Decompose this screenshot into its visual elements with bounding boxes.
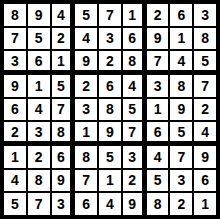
cell-r3c4[interactable]: 9 [75, 51, 97, 73]
cell-r7c3[interactable]: 6 [52, 146, 74, 168]
cell-r2c4[interactable]: 4 [75, 28, 97, 50]
cell-r1c5[interactable]: 7 [99, 4, 121, 26]
cell-r4c1[interactable]: 9 [4, 75, 26, 97]
cell-r4c6[interactable]: 4 [123, 75, 145, 97]
cell-r8c8[interactable]: 3 [170, 170, 192, 192]
cell-r2c2[interactable]: 5 [28, 28, 50, 50]
cell-r4c9[interactable]: 7 [194, 75, 216, 97]
cell-r7c6[interactable]: 3 [123, 146, 145, 168]
cell-r2c3[interactable]: 2 [52, 28, 74, 50]
cell-r9c4[interactable]: 6 [75, 193, 97, 215]
cell-r9c8[interactable]: 2 [170, 193, 192, 215]
cell-r5c7[interactable]: 1 [147, 99, 169, 121]
cell-r5c5[interactable]: 8 [99, 99, 121, 121]
cell-r2c8[interactable]: 1 [170, 28, 192, 50]
cell-r6c7[interactable]: 6 [147, 122, 169, 144]
cell-r7c7[interactable]: 4 [147, 146, 169, 168]
cell-r1c8[interactable]: 6 [170, 4, 192, 26]
cell-r4c7[interactable]: 3 [147, 75, 169, 97]
cell-r8c2[interactable]: 8 [28, 170, 50, 192]
cell-r6c9[interactable]: 4 [194, 122, 216, 144]
cell-r1c9[interactable]: 3 [194, 4, 216, 26]
cell-r8c3[interactable]: 9 [52, 170, 74, 192]
cell-r2c5[interactable]: 3 [99, 28, 121, 50]
cell-r1c7[interactable]: 2 [147, 4, 169, 26]
cell-r5c9[interactable]: 2 [194, 99, 216, 121]
cell-r1c6[interactable]: 1 [123, 4, 145, 26]
cell-r2c9[interactable]: 8 [194, 28, 216, 50]
sudoku-grid: 8945712637524369183619287459152643876473… [4, 4, 216, 215]
cell-r3c8[interactable]: 4 [170, 51, 192, 73]
cell-r6c3[interactable]: 8 [52, 122, 74, 144]
cell-r5c4[interactable]: 3 [75, 99, 97, 121]
cell-r9c6[interactable]: 9 [123, 193, 145, 215]
cell-r3c1[interactable]: 3 [4, 51, 26, 73]
cell-r2c7[interactable]: 9 [147, 28, 169, 50]
cell-r3c2[interactable]: 6 [28, 51, 50, 73]
cell-r7c1[interactable]: 1 [4, 146, 26, 168]
cell-r4c4[interactable]: 2 [75, 75, 97, 97]
cell-r5c8[interactable]: 9 [170, 99, 192, 121]
sudoku-board: 8945712637524369183619287459152643876473… [0, 0, 220, 219]
cell-r6c4[interactable]: 1 [75, 122, 97, 144]
cell-r1c4[interactable]: 5 [75, 4, 97, 26]
cell-r9c2[interactable]: 7 [28, 193, 50, 215]
cell-r5c1[interactable]: 6 [4, 99, 26, 121]
cell-r6c1[interactable]: 2 [4, 122, 26, 144]
cell-r9c7[interactable]: 8 [147, 193, 169, 215]
cell-r2c1[interactable]: 7 [4, 28, 26, 50]
cell-r3c6[interactable]: 8 [123, 51, 145, 73]
cell-r3c3[interactable]: 1 [52, 51, 74, 73]
cell-r6c6[interactable]: 7 [123, 122, 145, 144]
cell-r7c4[interactable]: 8 [75, 146, 97, 168]
cell-r9c5[interactable]: 4 [99, 193, 121, 215]
cell-r2c6[interactable]: 6 [123, 28, 145, 50]
cell-r7c2[interactable]: 2 [28, 146, 50, 168]
cell-r5c6[interactable]: 5 [123, 99, 145, 121]
cell-r3c5[interactable]: 2 [99, 51, 121, 73]
cell-r9c1[interactable]: 5 [4, 193, 26, 215]
cell-r3c9[interactable]: 5 [194, 51, 216, 73]
cell-r8c4[interactable]: 7 [75, 170, 97, 192]
cell-r4c3[interactable]: 5 [52, 75, 74, 97]
cell-r7c8[interactable]: 7 [170, 146, 192, 168]
cell-r5c2[interactable]: 4 [28, 99, 50, 121]
cell-r8c1[interactable]: 4 [4, 170, 26, 192]
cell-r1c1[interactable]: 8 [4, 4, 26, 26]
cell-r9c3[interactable]: 3 [52, 193, 74, 215]
cell-r6c5[interactable]: 9 [99, 122, 121, 144]
cell-r8c7[interactable]: 5 [147, 170, 169, 192]
cell-r1c2[interactable]: 9 [28, 4, 50, 26]
cell-r7c5[interactable]: 5 [99, 146, 121, 168]
cell-r1c3[interactable]: 4 [52, 4, 74, 26]
cell-r3c7[interactable]: 7 [147, 51, 169, 73]
cell-r5c3[interactable]: 7 [52, 99, 74, 121]
cell-r4c5[interactable]: 6 [99, 75, 121, 97]
cell-r8c6[interactable]: 2 [123, 170, 145, 192]
cell-r8c9[interactable]: 6 [194, 170, 216, 192]
cell-r9c9[interactable]: 1 [194, 193, 216, 215]
cell-r4c2[interactable]: 1 [28, 75, 50, 97]
cell-r8c5[interactable]: 1 [99, 170, 121, 192]
cell-r6c8[interactable]: 5 [170, 122, 192, 144]
cell-r4c8[interactable]: 8 [170, 75, 192, 97]
cell-r6c2[interactable]: 3 [28, 122, 50, 144]
cell-r7c9[interactable]: 9 [194, 146, 216, 168]
